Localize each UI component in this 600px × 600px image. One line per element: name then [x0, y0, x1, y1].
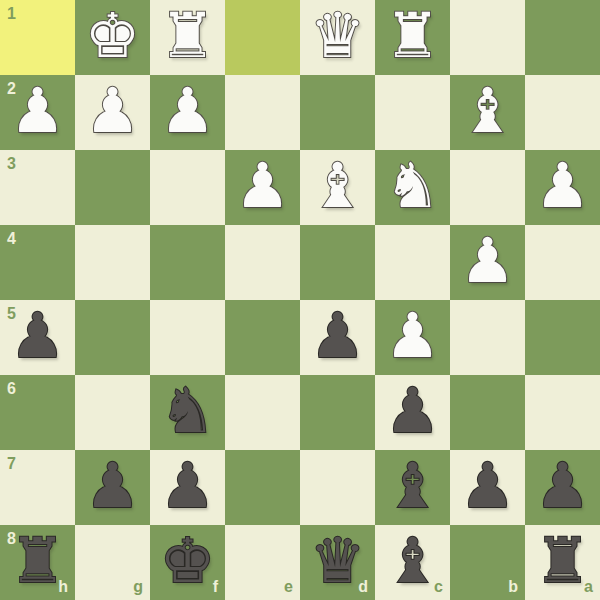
square-c1[interactable]: ♜	[375, 0, 450, 75]
square-e2[interactable]	[225, 75, 300, 150]
square-f1[interactable]: ♜	[150, 0, 225, 75]
square-f7[interactable]: ♟	[150, 450, 225, 525]
black-pawn[interactable]: ♟	[85, 455, 141, 517]
file-label-g: g	[133, 579, 143, 595]
square-e7[interactable]	[225, 450, 300, 525]
white-pawn[interactable]: ♟	[235, 155, 291, 217]
rank-label-6: 6	[7, 381, 16, 397]
square-g8[interactable]: g	[75, 525, 150, 600]
square-d5[interactable]: ♟	[300, 300, 375, 375]
square-e6[interactable]	[225, 375, 300, 450]
black-pawn[interactable]: ♟	[310, 305, 366, 367]
square-b6[interactable]	[450, 375, 525, 450]
square-e1[interactable]	[225, 0, 300, 75]
square-f3[interactable]	[150, 150, 225, 225]
rank-label-4: 4	[7, 231, 16, 247]
white-pawn[interactable]: ♟	[535, 155, 591, 217]
black-pawn[interactable]: ♟	[10, 305, 66, 367]
square-g7[interactable]: ♟	[75, 450, 150, 525]
square-c5[interactable]: ♟	[375, 300, 450, 375]
file-label-b: b	[508, 579, 518, 595]
square-e8[interactable]: e	[225, 525, 300, 600]
black-pawn[interactable]: ♟	[460, 455, 516, 517]
square-a4[interactable]	[525, 225, 600, 300]
square-c3[interactable]: ♞	[375, 150, 450, 225]
square-d3[interactable]: ♝	[300, 150, 375, 225]
square-h4[interactable]: 4	[0, 225, 75, 300]
square-a8[interactable]: a♜	[525, 525, 600, 600]
square-a2[interactable]	[525, 75, 600, 150]
white-rook[interactable]: ♜	[385, 5, 441, 67]
square-b5[interactable]	[450, 300, 525, 375]
square-g2[interactable]: ♟	[75, 75, 150, 150]
black-bishop[interactable]: ♝	[385, 455, 441, 517]
square-f5[interactable]	[150, 300, 225, 375]
square-g5[interactable]	[75, 300, 150, 375]
square-c2[interactable]	[375, 75, 450, 150]
square-g1[interactable]: ♚	[75, 0, 150, 75]
white-king[interactable]: ♚	[85, 5, 141, 67]
white-pawn[interactable]: ♟	[160, 80, 216, 142]
rank-label-7: 7	[7, 456, 16, 472]
square-d6[interactable]	[300, 375, 375, 450]
square-h1[interactable]: 1	[0, 0, 75, 75]
square-b4[interactable]: ♟	[450, 225, 525, 300]
square-f8[interactable]: f♚	[150, 525, 225, 600]
square-a1[interactable]	[525, 0, 600, 75]
white-knight[interactable]: ♞	[385, 155, 441, 217]
square-h2[interactable]: 2♟	[0, 75, 75, 150]
black-rook[interactable]: ♜	[10, 530, 66, 592]
square-b8[interactable]: b	[450, 525, 525, 600]
square-e3[interactable]: ♟	[225, 150, 300, 225]
square-f2[interactable]: ♟	[150, 75, 225, 150]
white-rook[interactable]: ♜	[160, 5, 216, 67]
square-g3[interactable]	[75, 150, 150, 225]
black-pawn[interactable]: ♟	[535, 455, 591, 517]
square-c8[interactable]: c♝	[375, 525, 450, 600]
square-b7[interactable]: ♟	[450, 450, 525, 525]
white-pawn[interactable]: ♟	[460, 230, 516, 292]
black-king[interactable]: ♚	[160, 530, 216, 592]
square-g4[interactable]	[75, 225, 150, 300]
black-pawn[interactable]: ♟	[160, 455, 216, 517]
square-c7[interactable]: ♝	[375, 450, 450, 525]
white-pawn[interactable]: ♟	[385, 305, 441, 367]
rank-label-1: 1	[7, 6, 16, 22]
square-e5[interactable]	[225, 300, 300, 375]
square-d2[interactable]	[300, 75, 375, 150]
square-a6[interactable]	[525, 375, 600, 450]
black-queen[interactable]: ♛	[310, 530, 366, 592]
square-d8[interactable]: d♛	[300, 525, 375, 600]
square-f6[interactable]: ♞	[150, 375, 225, 450]
file-label-e: e	[284, 579, 293, 595]
square-d1[interactable]: ♛	[300, 0, 375, 75]
black-knight[interactable]: ♞	[160, 380, 216, 442]
white-pawn[interactable]: ♟	[85, 80, 141, 142]
white-queen[interactable]: ♛	[310, 5, 366, 67]
square-c4[interactable]	[375, 225, 450, 300]
square-h6[interactable]: 6	[0, 375, 75, 450]
square-b1[interactable]	[450, 0, 525, 75]
square-a7[interactable]: ♟	[525, 450, 600, 525]
black-bishop[interactable]: ♝	[385, 530, 441, 592]
white-bishop[interactable]: ♝	[310, 155, 366, 217]
square-h8[interactable]: 8h♜	[0, 525, 75, 600]
chess-board: 1♚♜♛♜2♟♟♟♝3♟♝♞♟4♟5♟♟♟6♞♟7♟♟♝♟♟8h♜gf♚ed♛c…	[0, 0, 600, 600]
white-bishop[interactable]: ♝	[460, 80, 516, 142]
black-rook[interactable]: ♜	[535, 530, 591, 592]
black-pawn[interactable]: ♟	[385, 380, 441, 442]
square-d4[interactable]	[300, 225, 375, 300]
white-pawn[interactable]: ♟	[10, 80, 66, 142]
square-a5[interactable]	[525, 300, 600, 375]
square-b3[interactable]	[450, 150, 525, 225]
square-h7[interactable]: 7	[0, 450, 75, 525]
square-c6[interactable]: ♟	[375, 375, 450, 450]
rank-label-3: 3	[7, 156, 16, 172]
square-e4[interactable]	[225, 225, 300, 300]
square-a3[interactable]: ♟	[525, 150, 600, 225]
square-f4[interactable]	[150, 225, 225, 300]
square-b2[interactable]: ♝	[450, 75, 525, 150]
square-d7[interactable]	[300, 450, 375, 525]
square-h3[interactable]: 3	[0, 150, 75, 225]
square-h5[interactable]: 5♟	[0, 300, 75, 375]
square-g6[interactable]	[75, 375, 150, 450]
